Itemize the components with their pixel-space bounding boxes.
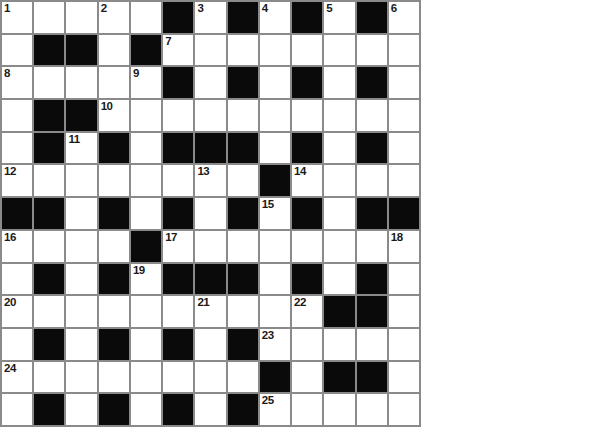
cell-r2c11[interactable]: [324, 35, 354, 66]
clue-number-1: 1: [4, 2, 10, 15]
clue-number-21: 21: [197, 296, 209, 309]
clue-number-22: 22: [294, 296, 306, 309]
cell-r3c1[interactable]: 8: [2, 67, 32, 98]
cell-r9c12-block: [357, 264, 387, 295]
cell-r7c3[interactable]: [66, 198, 96, 229]
cell-r10c1[interactable]: 20: [2, 296, 32, 327]
cell-r1c3[interactable]: [66, 2, 96, 33]
cell-r5c1[interactable]: [2, 133, 32, 164]
cell-r5c9[interactable]: [260, 133, 290, 164]
cell-r6c2[interactable]: [34, 165, 64, 196]
clue-number-6: 6: [391, 2, 397, 15]
cell-r4c6[interactable]: [163, 100, 193, 131]
cell-r3c2[interactable]: [34, 67, 64, 98]
cell-r12c3[interactable]: [66, 362, 96, 393]
clue-number-12: 12: [4, 165, 16, 178]
cell-r10c3[interactable]: [66, 296, 96, 327]
cell-r9c9[interactable]: [260, 264, 290, 295]
cell-r11c4-block: [99, 329, 129, 360]
clue-number-20: 20: [4, 296, 16, 309]
cell-r1c1[interactable]: 1: [2, 2, 32, 33]
clue-number-13: 13: [197, 165, 209, 178]
clue-number-2: 2: [101, 2, 107, 15]
cell-r3c8-block: [228, 67, 258, 98]
cell-r2c5-block: [131, 35, 161, 66]
cell-r1c6-block: [163, 2, 193, 33]
cell-r12c12-block: [357, 362, 387, 393]
cell-r1c10-block: [292, 2, 322, 33]
cell-r6c9-block: [260, 165, 290, 196]
cell-r13c13[interactable]: [389, 394, 419, 425]
cell-r1c11[interactable]: 5: [324, 2, 354, 33]
cell-r3c7[interactable]: [195, 67, 225, 98]
cell-r10c6[interactable]: [163, 296, 193, 327]
cell-r13c10[interactable]: [292, 394, 322, 425]
cell-r11c11[interactable]: [324, 329, 354, 360]
cell-r12c9-block: [260, 362, 290, 393]
cell-r1c2[interactable]: [34, 2, 64, 33]
cell-r13c2-block: [34, 394, 64, 425]
cell-r11c7[interactable]: [195, 329, 225, 360]
cell-r4c8[interactable]: [228, 100, 258, 131]
cell-r10c13[interactable]: [389, 296, 419, 327]
cell-r7c5[interactable]: [131, 198, 161, 229]
cell-r10c11-block: [324, 296, 354, 327]
cell-r12c10[interactable]: [292, 362, 322, 393]
cell-r5c6-block: [163, 133, 193, 164]
cell-r8c6[interactable]: 17: [163, 231, 193, 262]
cell-r9c11[interactable]: [324, 264, 354, 295]
cell-r12c5[interactable]: [131, 362, 161, 393]
cell-r5c11[interactable]: [324, 133, 354, 164]
cell-r5c12-block: [357, 133, 387, 164]
cell-r1c7[interactable]: 3: [195, 2, 225, 33]
cell-r9c10-block: [292, 264, 322, 295]
cell-r7c8-block: [228, 198, 258, 229]
cell-r12c2[interactable]: [34, 362, 64, 393]
cell-r2c10[interactable]: [292, 35, 322, 66]
cell-r13c6-block: [163, 394, 193, 425]
cell-r8c3[interactable]: [66, 231, 96, 262]
cell-r3c6-block: [163, 67, 193, 98]
cell-r6c7[interactable]: 13: [195, 165, 225, 196]
cell-r6c10[interactable]: 14: [292, 165, 322, 196]
cell-r4c13[interactable]: [389, 100, 419, 131]
cell-r5c2-block: [34, 133, 64, 164]
cell-r6c6[interactable]: [163, 165, 193, 196]
cell-r13c8-block: [228, 394, 258, 425]
cell-r9c13[interactable]: [389, 264, 419, 295]
cell-r1c12-block: [357, 2, 387, 33]
cell-r7c12-block: [357, 198, 387, 229]
cell-r1c9[interactable]: 4: [260, 2, 290, 33]
cell-r8c13[interactable]: 18: [389, 231, 419, 262]
cell-r9c2-block: [34, 264, 64, 295]
cell-r5c5[interactable]: [131, 133, 161, 164]
clue-number-10: 10: [101, 100, 113, 113]
cell-r8c12[interactable]: [357, 231, 387, 262]
cell-r8c7[interactable]: [195, 231, 225, 262]
clue-number-9: 9: [133, 67, 139, 80]
cell-r11c8-block: [228, 329, 258, 360]
cell-r6c11[interactable]: [324, 165, 354, 196]
cell-r1c5[interactable]: [131, 2, 161, 33]
cell-r5c10-block: [292, 133, 322, 164]
clue-number-18: 18: [391, 231, 403, 244]
cell-r8c10[interactable]: [292, 231, 322, 262]
cell-r6c4[interactable]: [99, 165, 129, 196]
cell-r3c3[interactable]: [66, 67, 96, 98]
crossword-grid: 1234567891011121314151617181920212223242…: [0, 0, 421, 427]
cell-r11c10[interactable]: [292, 329, 322, 360]
clue-number-14: 14: [294, 165, 306, 178]
cell-r4c5[interactable]: [131, 100, 161, 131]
cell-r9c3[interactable]: [66, 264, 96, 295]
cell-r8c1[interactable]: 16: [2, 231, 32, 262]
cell-r2c2-block: [34, 35, 64, 66]
cell-r10c10[interactable]: 22: [292, 296, 322, 327]
clue-number-11: 11: [68, 133, 79, 146]
cell-r10c4[interactable]: [99, 296, 129, 327]
cell-r9c8-block: [228, 264, 258, 295]
cell-r6c13[interactable]: [389, 165, 419, 196]
cell-r11c12[interactable]: [357, 329, 387, 360]
cell-r10c7[interactable]: 21: [195, 296, 225, 327]
cell-r13c12[interactable]: [357, 394, 387, 425]
cell-r2c9[interactable]: [260, 35, 290, 66]
cell-r3c13[interactable]: [389, 67, 419, 98]
cell-r6c1[interactable]: 12: [2, 165, 32, 196]
cell-r13c4-block: [99, 394, 129, 425]
cell-r4c10[interactable]: [292, 100, 322, 131]
cell-r6c8[interactable]: [228, 165, 258, 196]
cell-r4c11[interactable]: [324, 100, 354, 131]
clue-number-7: 7: [165, 35, 171, 48]
cell-r7c6-block: [163, 198, 193, 229]
clue-number-19: 19: [133, 264, 145, 277]
clue-number-4: 4: [262, 2, 268, 15]
cell-r13c9[interactable]: 25: [260, 394, 290, 425]
clue-number-24: 24: [4, 362, 16, 375]
cell-r10c2[interactable]: [34, 296, 64, 327]
clue-number-25: 25: [262, 394, 274, 407]
cell-r7c13-block: [389, 198, 419, 229]
cell-r3c4[interactable]: [99, 67, 129, 98]
cell-r12c7[interactable]: [195, 362, 225, 393]
cell-r2c3-block: [66, 35, 96, 66]
cell-r3c12-block: [357, 67, 387, 98]
cell-r9c1[interactable]: [2, 264, 32, 295]
cell-r5c7-block: [195, 133, 225, 164]
cell-r2c8[interactable]: [228, 35, 258, 66]
cell-r11c13[interactable]: [389, 329, 419, 360]
cell-r12c13[interactable]: [389, 362, 419, 393]
cell-r11c6-block: [163, 329, 193, 360]
cell-r3c9[interactable]: [260, 67, 290, 98]
clue-number-16: 16: [4, 231, 16, 244]
cell-r13c5[interactable]: [131, 394, 161, 425]
cell-r5c4-block: [99, 133, 129, 164]
cell-r2c4[interactable]: [99, 35, 129, 66]
cell-r4c7[interactable]: [195, 100, 225, 131]
cell-r2c13[interactable]: [389, 35, 419, 66]
cell-r5c3[interactable]: 11: [66, 133, 96, 164]
cell-r8c9[interactable]: [260, 231, 290, 262]
cell-r13c1[interactable]: [2, 394, 32, 425]
cell-r6c5[interactable]: [131, 165, 161, 196]
cell-r8c11[interactable]: [324, 231, 354, 262]
cell-r8c8[interactable]: [228, 231, 258, 262]
clue-number-3: 3: [197, 2, 203, 15]
cell-r13c11[interactable]: [324, 394, 354, 425]
cell-r12c11-block: [324, 362, 354, 393]
cell-r2c7[interactable]: [195, 35, 225, 66]
cell-r5c13[interactable]: [389, 133, 419, 164]
cell-r6c12[interactable]: [357, 165, 387, 196]
clue-number-17: 17: [165, 231, 177, 244]
cell-r11c9[interactable]: 23: [260, 329, 290, 360]
cell-r3c5[interactable]: 9: [131, 67, 161, 98]
cell-r10c12-block: [357, 296, 387, 327]
cell-r10c9[interactable]: [260, 296, 290, 327]
cell-r13c7[interactable]: [195, 394, 225, 425]
cell-r11c3[interactable]: [66, 329, 96, 360]
clue-number-8: 8: [4, 67, 10, 80]
cell-r11c1[interactable]: [2, 329, 32, 360]
cell-r8c4[interactable]: [99, 231, 129, 262]
cell-r10c5[interactable]: [131, 296, 161, 327]
cell-r1c8-block: [228, 2, 258, 33]
cell-r4c12[interactable]: [357, 100, 387, 131]
cell-r5c8-block: [228, 133, 258, 164]
cell-r12c4[interactable]: [99, 362, 129, 393]
cell-r4c2-block: [34, 100, 64, 131]
cell-r8c2[interactable]: [34, 231, 64, 262]
cell-r7c7[interactable]: [195, 198, 225, 229]
cell-r7c11[interactable]: [324, 198, 354, 229]
cell-r3c11[interactable]: [324, 67, 354, 98]
page: 1234567891011121314151617181920212223242…: [0, 0, 601, 427]
cell-r9c4-block: [99, 264, 129, 295]
cell-r7c1-block: [2, 198, 32, 229]
cell-r11c5[interactable]: [131, 329, 161, 360]
cell-r2c6[interactable]: 7: [163, 35, 193, 66]
cell-r2c1[interactable]: [2, 35, 32, 66]
cell-r7c2-block: [34, 198, 64, 229]
cell-r4c4[interactable]: 10: [99, 100, 129, 131]
cell-r11c2-block: [34, 329, 64, 360]
cell-r4c9[interactable]: [260, 100, 290, 131]
cell-r13c3[interactable]: [66, 394, 96, 425]
cell-r4c1[interactable]: [2, 100, 32, 131]
clue-number-5: 5: [326, 2, 332, 15]
clue-number-23: 23: [262, 329, 274, 342]
cell-r9c5[interactable]: 19: [131, 264, 161, 295]
cell-r2c12[interactable]: [357, 35, 387, 66]
cell-r1c4[interactable]: 2: [99, 2, 129, 33]
cell-r6c3[interactable]: [66, 165, 96, 196]
cell-r12c6[interactable]: [163, 362, 193, 393]
cell-r9c6-block: [163, 264, 193, 295]
cell-r8c5-block: [131, 231, 161, 262]
cell-r7c9[interactable]: 15: [260, 198, 290, 229]
clue-number-15: 15: [262, 198, 274, 211]
cell-r3c10-block: [292, 67, 322, 98]
cell-r7c4-block: [99, 198, 129, 229]
cell-r9c7-block: [195, 264, 225, 295]
cell-r4c3-block: [66, 100, 96, 131]
cell-r10c8[interactable]: [228, 296, 258, 327]
cell-r1c13[interactable]: 6: [389, 2, 419, 33]
cell-r7c10-block: [292, 198, 322, 229]
cell-r12c8[interactable]: [228, 362, 258, 393]
cell-r12c1[interactable]: 24: [2, 362, 32, 393]
